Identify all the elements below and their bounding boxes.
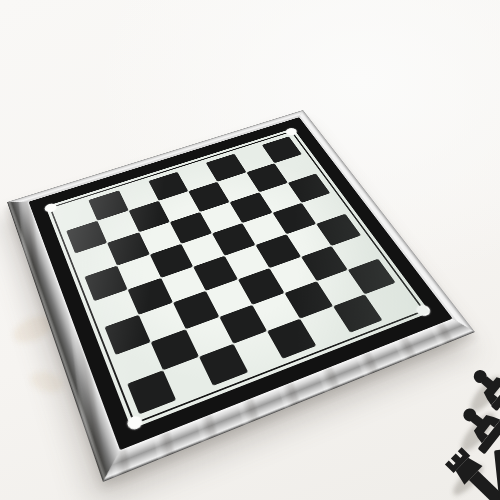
chess-board — [7, 110, 475, 482]
black-rook-piece[interactable] — [444, 447, 500, 500]
corner-marker — [284, 127, 298, 136]
corner-marker — [44, 202, 58, 213]
corner-marker — [414, 304, 433, 318]
offboard-pieces — [408, 338, 500, 500]
photo-backdrop — [0, 0, 500, 500]
corner-marker — [126, 414, 144, 431]
backdrop-smudge — [28, 368, 66, 396]
